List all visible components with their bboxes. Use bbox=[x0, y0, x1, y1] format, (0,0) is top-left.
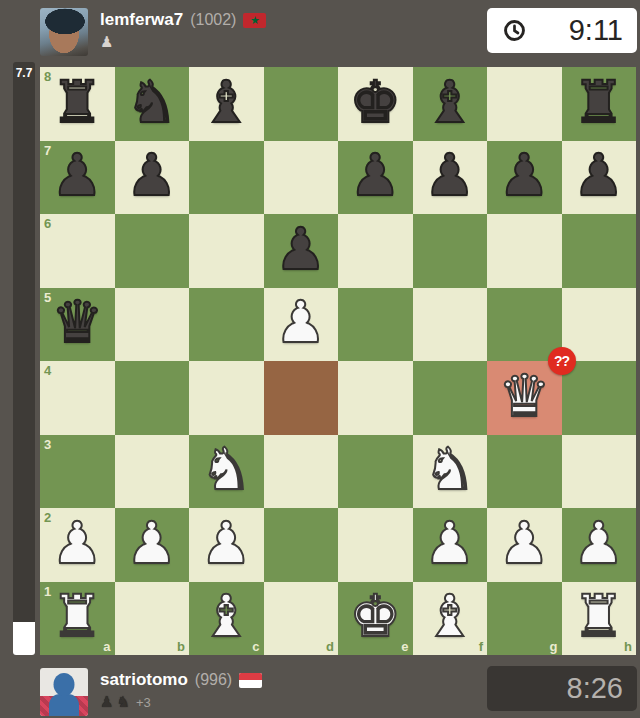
square-d8[interactable] bbox=[264, 67, 339, 141]
square-c8[interactable]: ♝ bbox=[189, 67, 264, 141]
square-a3[interactable]: 3 bbox=[40, 435, 115, 509]
evaluation-score: 7.7 bbox=[13, 66, 35, 80]
square-f8[interactable]: ♝ bbox=[413, 67, 488, 141]
file-label-d: d bbox=[326, 639, 334, 654]
square-b6[interactable] bbox=[115, 214, 190, 288]
morocco-flag-icon: ★ bbox=[243, 13, 266, 28]
square-g1[interactable]: g bbox=[487, 582, 562, 656]
square-g6[interactable] bbox=[487, 214, 562, 288]
white-bishop-f1: ♝ bbox=[424, 587, 476, 645]
material-advantage: +3 bbox=[136, 695, 151, 710]
square-f5[interactable] bbox=[413, 288, 488, 362]
square-d2[interactable] bbox=[264, 508, 339, 582]
square-h5[interactable] bbox=[562, 288, 637, 362]
square-a2[interactable]: ♟2 bbox=[40, 508, 115, 582]
white-rook-a1: ♜ bbox=[51, 587, 103, 645]
rank-label-2: 2 bbox=[44, 510, 51, 525]
square-e3[interactable] bbox=[338, 435, 413, 509]
square-c3[interactable]: ♞ bbox=[189, 435, 264, 509]
white-pawn-b2: ♟ bbox=[126, 514, 178, 572]
black-pawn-d6: ♟ bbox=[275, 220, 327, 278]
white-pawn-g2: ♟ bbox=[498, 514, 550, 572]
rank-label-3: 3 bbox=[44, 437, 51, 452]
square-a1[interactable]: ♜1a bbox=[40, 582, 115, 656]
bottom-player-time: 8:26 bbox=[567, 672, 623, 705]
square-d3[interactable] bbox=[264, 435, 339, 509]
bottom-player-avatar[interactable] bbox=[40, 668, 88, 716]
square-b3[interactable] bbox=[115, 435, 190, 509]
black-queen-a5: ♛ bbox=[51, 293, 103, 351]
white-rook-h1: ♜ bbox=[573, 587, 625, 645]
indonesia-flag-icon bbox=[239, 673, 262, 688]
square-e1[interactable]: ♚e bbox=[338, 582, 413, 656]
top-player-captured-pieces: ♟ bbox=[100, 33, 266, 51]
square-c7[interactable] bbox=[189, 141, 264, 215]
file-label-f: f bbox=[479, 639, 483, 654]
black-pawn-e7: ♟ bbox=[349, 146, 401, 204]
bottom-player-clock: 8:26 bbox=[487, 666, 637, 711]
square-g2[interactable]: ♟ bbox=[487, 508, 562, 582]
square-d6[interactable]: ♟ bbox=[264, 214, 339, 288]
file-label-g: g bbox=[550, 639, 558, 654]
square-g5[interactable] bbox=[487, 288, 562, 362]
blunder-badge-icon: ?? bbox=[548, 347, 576, 375]
white-pawn-a2: ♟ bbox=[51, 514, 103, 572]
rank-label-5: 5 bbox=[44, 290, 51, 305]
captured-black-knight-icon: ♞ bbox=[116, 695, 129, 710]
square-h1[interactable]: ♜h bbox=[562, 582, 637, 656]
square-b2[interactable]: ♟ bbox=[115, 508, 190, 582]
black-rook-a8: ♜ bbox=[51, 73, 103, 131]
square-b1[interactable]: b bbox=[115, 582, 190, 656]
square-h4[interactable] bbox=[562, 361, 637, 435]
file-label-h: h bbox=[624, 639, 632, 654]
square-g4[interactable]: ♛?? bbox=[487, 361, 562, 435]
white-bishop-c1: ♝ bbox=[200, 587, 252, 645]
rank-label-4: 4 bbox=[44, 363, 51, 378]
square-c1[interactable]: ♝c bbox=[189, 582, 264, 656]
bottom-player-rating: (996) bbox=[195, 671, 232, 689]
square-b4[interactable] bbox=[115, 361, 190, 435]
rank-label-8: 8 bbox=[44, 69, 51, 84]
file-label-b: b bbox=[177, 639, 185, 654]
square-e5[interactable] bbox=[338, 288, 413, 362]
top-player-name: lemferwa7 bbox=[100, 10, 183, 30]
black-pawn-g7: ♟ bbox=[498, 146, 550, 204]
square-c4[interactable] bbox=[189, 361, 264, 435]
clock-icon bbox=[502, 18, 527, 43]
bottom-player-bar: satriotomo (996) ♟♞+3 8:26 bbox=[0, 660, 640, 718]
square-e4[interactable] bbox=[338, 361, 413, 435]
square-d1[interactable]: d bbox=[264, 582, 339, 656]
white-knight-f3: ♞ bbox=[424, 440, 476, 498]
square-d5[interactable]: ♟ bbox=[264, 288, 339, 362]
square-b7[interactable]: ♟ bbox=[115, 141, 190, 215]
black-bishop-c8: ♝ bbox=[200, 73, 252, 131]
top-player-rating: (1002) bbox=[190, 11, 236, 29]
square-f7[interactable]: ♟ bbox=[413, 141, 488, 215]
rank-label-6: 6 bbox=[44, 216, 51, 231]
square-c5[interactable] bbox=[189, 288, 264, 362]
file-label-e: e bbox=[401, 639, 408, 654]
bottom-player-captured-pieces: ♟♞+3 bbox=[100, 693, 262, 711]
white-knight-c3: ♞ bbox=[200, 440, 252, 498]
file-label-a: a bbox=[103, 639, 110, 654]
square-h3[interactable] bbox=[562, 435, 637, 509]
captured-black-pawn-icon: ♟ bbox=[100, 695, 113, 710]
square-d4[interactable] bbox=[264, 361, 339, 435]
white-king-e1: ♚ bbox=[349, 587, 401, 645]
white-pawn-h2: ♟ bbox=[573, 514, 625, 572]
square-a5[interactable]: ♛5 bbox=[40, 288, 115, 362]
square-b5[interactable] bbox=[115, 288, 190, 362]
evaluation-bar: 7.7 bbox=[13, 62, 35, 655]
square-f3[interactable]: ♞ bbox=[413, 435, 488, 509]
square-b8[interactable]: ♞ bbox=[115, 67, 190, 141]
black-king-e8: ♚ bbox=[349, 73, 401, 131]
black-bishop-f8: ♝ bbox=[424, 73, 476, 131]
square-e6[interactable] bbox=[338, 214, 413, 288]
square-e8[interactable]: ♚ bbox=[338, 67, 413, 141]
square-f6[interactable] bbox=[413, 214, 488, 288]
square-f4[interactable] bbox=[413, 361, 488, 435]
square-c2[interactable]: ♟ bbox=[189, 508, 264, 582]
black-pawn-b7: ♟ bbox=[126, 146, 178, 204]
square-a8[interactable]: ♜8 bbox=[40, 67, 115, 141]
white-queen-g4: ♛ bbox=[498, 367, 550, 425]
square-e7[interactable]: ♟ bbox=[338, 141, 413, 215]
square-g7[interactable]: ♟ bbox=[487, 141, 562, 215]
white-pawn-d5: ♟ bbox=[275, 293, 327, 351]
square-f1[interactable]: ♝f bbox=[413, 582, 488, 656]
square-h7[interactable]: ♟ bbox=[562, 141, 637, 215]
chess-board: ♜8♞♝♚♝♜♟7♟♟♟♟♟6♟♛5♟4♛??3♞♞♟2♟♟♟♟♟♜1ab♝cd… bbox=[40, 67, 636, 655]
top-player-clock: 9:11 bbox=[487, 8, 637, 53]
top-player-avatar[interactable] bbox=[40, 8, 88, 56]
square-h6[interactable] bbox=[562, 214, 637, 288]
rank-label-7: 7 bbox=[44, 143, 51, 158]
black-knight-b8: ♞ bbox=[126, 73, 178, 131]
file-label-c: c bbox=[252, 639, 259, 654]
square-h2[interactable]: ♟ bbox=[562, 508, 637, 582]
black-rook-h8: ♜ bbox=[573, 73, 625, 131]
top-player-bar: lemferwa7 (1002) ★ ♟ 9:11 bbox=[0, 0, 640, 60]
black-pawn-a7: ♟ bbox=[51, 146, 103, 204]
square-f2[interactable]: ♟ bbox=[413, 508, 488, 582]
square-a6[interactable]: 6 bbox=[40, 214, 115, 288]
square-g8[interactable] bbox=[487, 67, 562, 141]
square-c6[interactable] bbox=[189, 214, 264, 288]
square-a7[interactable]: ♟7 bbox=[40, 141, 115, 215]
evaluation-bar-white-segment bbox=[13, 622, 35, 655]
square-d7[interactable] bbox=[264, 141, 339, 215]
square-e2[interactable] bbox=[338, 508, 413, 582]
white-pawn-f2: ♟ bbox=[424, 514, 476, 572]
black-pawn-h7: ♟ bbox=[573, 146, 625, 204]
rank-label-1: 1 bbox=[44, 584, 51, 599]
avatar-head bbox=[54, 673, 75, 696]
avatar-torso bbox=[49, 694, 79, 716]
bottom-player-name: satriotomo bbox=[100, 670, 188, 690]
top-player-time: 9:11 bbox=[569, 14, 623, 47]
black-pawn-f7: ♟ bbox=[424, 146, 476, 204]
square-g3[interactable] bbox=[487, 435, 562, 509]
captured-white-pawn-icon: ♟ bbox=[100, 35, 113, 50]
white-pawn-c2: ♟ bbox=[200, 514, 252, 572]
square-h8[interactable]: ♜ bbox=[562, 67, 637, 141]
square-a4[interactable]: 4 bbox=[40, 361, 115, 435]
